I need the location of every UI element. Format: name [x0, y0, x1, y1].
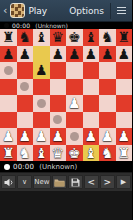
square-g3[interactable]	[99, 112, 116, 129]
square-e3[interactable]	[66, 112, 83, 129]
square-f5[interactable]	[83, 79, 100, 96]
board: ♜♞♝♛♚♝♞♜♟♟♟♟♟♟♟♟♟♟♟♟♟♟♟♟♜♞♝♛♚♝♞♜	[0, 29, 132, 161]
next-move-button[interactable]: >	[100, 175, 115, 189]
black-bishop: ♝	[35, 29, 48, 46]
speaker-icon	[4, 178, 14, 187]
square-g8[interactable]: ♞	[99, 29, 116, 46]
square-d5[interactable]	[50, 79, 67, 96]
square-c2[interactable]: ♟	[33, 128, 50, 145]
square-h6[interactable]	[116, 62, 133, 79]
square-a4[interactable]	[0, 95, 17, 112]
black-knight: ♞	[101, 29, 114, 46]
white-king: ♚	[68, 145, 81, 162]
square-b7[interactable]: ♟	[17, 46, 34, 63]
square-f4[interactable]	[83, 95, 100, 112]
square-c8[interactable]: ♝	[33, 29, 50, 46]
square-e8[interactable]: ♚	[66, 29, 83, 46]
save-icon	[71, 178, 80, 187]
square-f7[interactable]: ♟	[83, 46, 100, 63]
black-pawn: ♟	[51, 46, 64, 63]
square-h4[interactable]	[116, 95, 133, 112]
square-a3[interactable]	[0, 112, 17, 129]
square-f2[interactable]: ♟	[83, 128, 100, 145]
white-queen: ♛	[51, 145, 64, 162]
white-bishop: ♝	[84, 145, 97, 162]
square-g1[interactable]: ♞	[99, 145, 116, 162]
square-e5[interactable]	[66, 79, 83, 96]
collapse-button[interactable]: ∨	[17, 175, 32, 189]
square-h1[interactable]: ♜	[116, 145, 133, 162]
white-pawn: ♟	[84, 128, 97, 145]
new-game-button[interactable]: New	[33, 175, 50, 189]
square-d3[interactable]	[50, 112, 67, 129]
square-g7[interactable]: ♟	[99, 46, 116, 63]
chess-app-window: ‹ Play Options 00:00 (Unknown) ♜♞♝♛♚♝♞♜♟…	[0, 0, 132, 220]
options-button[interactable]: Options	[63, 0, 110, 22]
back-icon[interactable]: ‹	[0, 0, 9, 22]
square-e2[interactable]	[66, 128, 83, 145]
square-b4[interactable]	[17, 95, 34, 112]
square-h8[interactable]: ♜	[116, 29, 133, 46]
black-king: ♚	[68, 29, 81, 46]
black-player-indicator-icon	[4, 23, 9, 28]
white-pawn: ♟	[18, 128, 31, 145]
black-pawn: ♟	[84, 46, 97, 63]
square-d8[interactable]: ♛	[50, 29, 67, 46]
square-a2[interactable]: ♟	[0, 128, 17, 145]
square-d1[interactable]: ♛	[50, 145, 67, 162]
legal-move-hint-dot[interactable]	[53, 115, 62, 124]
square-a5[interactable]	[0, 79, 17, 96]
white-rook: ♜	[2, 145, 15, 162]
top-player-clock: 00:00	[12, 22, 30, 29]
top-player-bar: 00:00 (Unknown)	[0, 22, 132, 29]
white-pawn: ♟	[51, 128, 64, 145]
black-rook: ♜	[117, 29, 130, 46]
next-move-label: >	[104, 177, 112, 187]
black-bishop: ♝	[84, 29, 97, 46]
black-queen: ♛	[51, 29, 64, 46]
square-a7[interactable]: ♟	[0, 46, 17, 63]
square-b8[interactable]: ♞	[17, 29, 34, 46]
new-game-label: New	[34, 178, 49, 186]
square-f3[interactable]	[83, 112, 100, 129]
black-pawn: ♟	[2, 46, 15, 63]
save-button[interactable]	[68, 175, 83, 189]
bottom-player-clock: 00:00	[13, 163, 34, 171]
app-logo-icon	[10, 3, 25, 18]
square-e7[interactable]: ♟	[66, 46, 83, 63]
square-f8[interactable]: ♝	[83, 29, 100, 46]
white-pawn: ♟	[68, 95, 81, 112]
black-rook: ♜	[2, 29, 15, 46]
square-c4[interactable]	[33, 95, 50, 112]
bottom-player-name: (Unknown)	[39, 163, 77, 171]
black-knight: ♞	[18, 29, 31, 46]
square-f6[interactable]	[83, 62, 100, 79]
legal-move-hint-dot[interactable]	[37, 99, 46, 108]
black-pawn: ♟	[35, 62, 48, 79]
square-c5[interactable]	[33, 79, 50, 96]
square-h3[interactable]	[116, 112, 133, 129]
square-b5[interactable]	[17, 79, 34, 96]
square-c3[interactable]	[33, 112, 50, 129]
square-b6[interactable]	[17, 62, 34, 79]
white-knight: ♞	[18, 145, 31, 162]
black-pawn: ♟	[117, 46, 130, 63]
square-a1[interactable]: ♜	[0, 145, 17, 162]
legal-move-hint-dot[interactable]	[20, 82, 29, 91]
square-d6[interactable]	[50, 62, 67, 79]
black-pawn: ♟	[18, 46, 31, 63]
page-title: Play	[28, 6, 63, 16]
square-b3[interactable]	[17, 112, 34, 129]
overflow-menu-icon[interactable]	[111, 0, 132, 22]
square-d7[interactable]: ♟	[50, 46, 67, 63]
black-pawn: ♟	[68, 46, 81, 63]
square-g2[interactable]: ♟	[99, 128, 116, 145]
square-h7[interactable]: ♟	[116, 46, 133, 63]
legal-move-hint-dot[interactable]	[4, 66, 13, 75]
prev-move-label: <	[88, 177, 96, 187]
square-e6[interactable]	[66, 62, 83, 79]
square-e4[interactable]: ♟	[66, 95, 83, 112]
square-b1[interactable]: ♞	[17, 145, 34, 162]
top-player-name: (Unknown)	[35, 22, 68, 29]
header-bar: ‹ Play Options	[0, 0, 132, 22]
square-c1[interactable]: ♝	[33, 145, 50, 162]
black-pawn: ♟	[101, 46, 114, 63]
square-b2[interactable]: ♟	[17, 128, 34, 145]
folder-icon	[54, 178, 65, 187]
autoplay-button[interactable]: ▶	[116, 175, 131, 189]
square-g6[interactable]	[99, 62, 116, 79]
square-g4[interactable]	[99, 95, 116, 112]
square-a8[interactable]: ♜	[0, 29, 17, 46]
white-pawn: ♟	[35, 128, 48, 145]
square-e1[interactable]: ♚	[66, 145, 83, 162]
square-a6[interactable]	[0, 62, 17, 79]
square-c7[interactable]	[33, 46, 50, 63]
white-rook: ♜	[117, 145, 130, 162]
chevron-down-icon: ∨	[22, 178, 27, 186]
white-bishop: ♝	[35, 145, 48, 162]
bottom-player-bar: 00:00 (Unknown)	[0, 161, 132, 172]
white-player-indicator-icon	[4, 164, 10, 170]
play-icon: ▶	[121, 178, 126, 186]
toolbar: ∨ New < > ▶	[0, 172, 132, 191]
square-g5[interactable]	[99, 79, 116, 96]
square-h2[interactable]: ♟	[116, 128, 133, 145]
white-pawn: ♟	[101, 128, 114, 145]
white-pawn: ♟	[117, 128, 130, 145]
move-list-area	[0, 191, 132, 220]
square-d4[interactable]	[50, 95, 67, 112]
square-h5[interactable]	[116, 79, 133, 96]
square-c6[interactable]: ♟	[33, 62, 50, 79]
open-button[interactable]	[52, 175, 67, 189]
square-f1[interactable]: ♝	[83, 145, 100, 162]
white-knight: ♞	[101, 145, 114, 162]
square-d2[interactable]: ♟	[50, 128, 67, 145]
volume-button[interactable]	[1, 175, 16, 189]
prev-move-button[interactable]: <	[84, 175, 99, 189]
white-pawn: ♟	[2, 128, 15, 145]
legal-move-hint-dot[interactable]	[70, 132, 79, 141]
